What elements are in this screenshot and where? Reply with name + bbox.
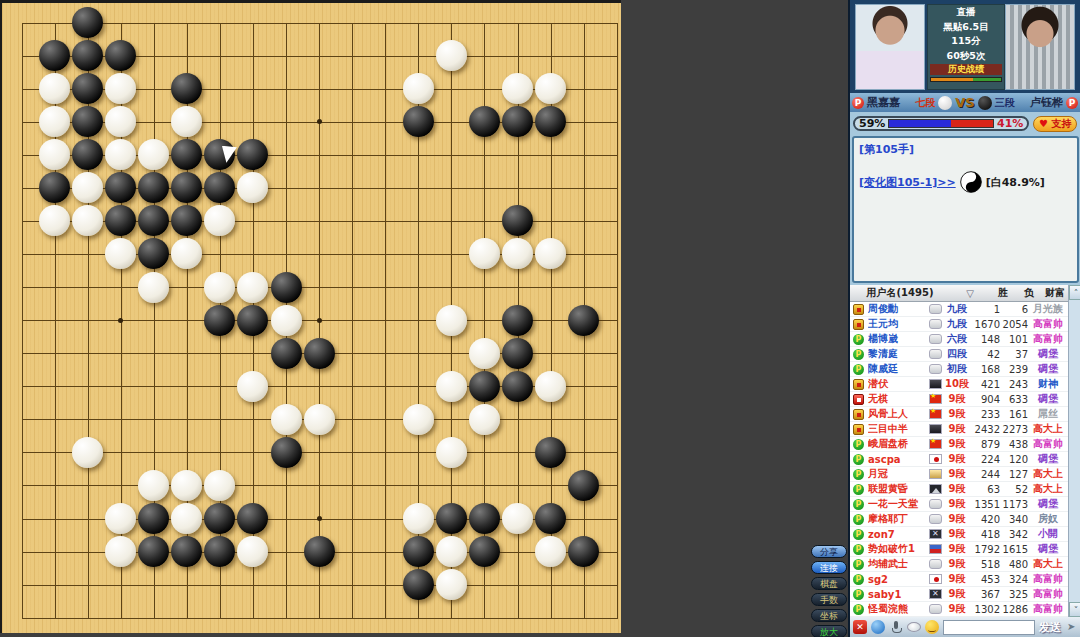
- white-stone[interactable]: [403, 73, 434, 104]
- black-stone[interactable]: [237, 305, 268, 336]
- user-losses: 324: [1000, 574, 1028, 585]
- heart-icon: ♥: [1039, 118, 1048, 129]
- user-rank: 9段: [942, 497, 972, 511]
- user-losses: 1286: [1000, 604, 1028, 615]
- p-badge-icon: [853, 529, 864, 540]
- user-wealth: 碉堡: [1028, 542, 1068, 556]
- right-win-percent: 41%: [997, 117, 1023, 130]
- user-rank: 九段: [942, 317, 972, 331]
- cn-flag-icon: [929, 394, 942, 404]
- black-stone[interactable]: [304, 338, 335, 369]
- user-row[interactable]: 王元均九段16702054高富帅: [850, 317, 1068, 332]
- grid-line: [22, 485, 618, 486]
- table-header[interactable]: 用户名(1495) ▽ 胜 负 财富: [850, 285, 1068, 302]
- user-wins: 904: [972, 394, 1000, 405]
- black-stone[interactable]: [72, 40, 103, 71]
- white-stone[interactable]: [39, 73, 70, 104]
- black-stone[interactable]: [39, 40, 70, 71]
- gold-badge-icon: [853, 304, 864, 315]
- user-name[interactable]: 楊博崴: [868, 332, 929, 346]
- black-stone[interactable]: [469, 106, 500, 137]
- user-wealth: 高富帅: [1028, 602, 1068, 616]
- p-badge-icon: [853, 499, 864, 510]
- user-rank: 9段: [942, 602, 972, 616]
- user-rank: 六段: [942, 332, 972, 346]
- black-stone[interactable]: [403, 569, 434, 600]
- white-winrate-label: [白48.9%]: [986, 175, 1045, 190]
- send-plane-icon[interactable]: [1065, 620, 1079, 634]
- grid-line: [22, 585, 618, 586]
- user-name[interactable]: 潜伏: [868, 377, 929, 391]
- user-losses: 1615: [1000, 544, 1028, 555]
- user-wealth: 碉堡: [1028, 392, 1068, 406]
- black-stone[interactable]: [271, 338, 302, 369]
- win-probability-row: 59% 41% ♥ 支持: [850, 112, 1080, 135]
- user-wealth: 碉堡: [1028, 362, 1068, 376]
- user-wins: 1792: [972, 544, 1000, 555]
- user-row[interactable]: 陳威廷初段168239碉堡: [850, 362, 1068, 377]
- shield-flag-icon: [929, 499, 942, 509]
- time-label: 115分: [951, 34, 980, 49]
- shield-flag-icon: [929, 604, 942, 614]
- kr-flag-icon: [929, 544, 942, 554]
- user-wins: 244: [972, 469, 1000, 480]
- user-losses: 2273: [1000, 424, 1028, 435]
- user-row[interactable]: 均辅武士9段518480高大上: [850, 557, 1068, 572]
- white-stone[interactable]: [436, 536, 467, 567]
- user-name[interactable]: 峨眉盘桥: [868, 437, 929, 451]
- white-stone[interactable]: [271, 305, 302, 336]
- user-losses: 120: [1000, 454, 1028, 465]
- send-button[interactable]: 发送: [1039, 620, 1061, 635]
- user-wins: 1: [972, 304, 1000, 315]
- user-rank: 9段: [942, 557, 972, 571]
- user-wins: 1670: [972, 319, 1000, 330]
- user-rank: 9段: [942, 587, 972, 601]
- user-wins: 148: [972, 334, 1000, 345]
- black-stone[interactable]: [502, 305, 533, 336]
- user-wealth: 财神: [1028, 377, 1068, 391]
- chat-bubble-icon[interactable]: [907, 622, 921, 632]
- user-losses: 342: [1000, 529, 1028, 540]
- cn-flag-icon: [929, 409, 942, 419]
- smiley-icon[interactable]: [925, 620, 939, 634]
- right-player-rank: 三段: [995, 96, 1015, 110]
- left-win-percent: 59%: [859, 117, 885, 130]
- variation-link[interactable]: [变化图105-1]>>: [859, 175, 956, 190]
- black-stone[interactable]: [403, 106, 434, 137]
- user-wealth: 房奴: [1028, 512, 1068, 526]
- user-wins: 2432: [972, 424, 1000, 435]
- white-stone-icon: [938, 96, 952, 110]
- col-username[interactable]: 用户名(1495): [850, 286, 950, 300]
- user-row[interactable]: 势如破竹19段17921615碉堡: [850, 542, 1068, 557]
- black-stone[interactable]: [535, 503, 566, 534]
- x-flag-icon: [929, 589, 942, 599]
- grid-line: [385, 23, 386, 619]
- user-row[interactable]: 楊博崴六段148101高富帅: [850, 332, 1068, 347]
- star-point: [118, 318, 123, 323]
- gold-badge-icon: [853, 319, 864, 330]
- side-button-手数[interactable]: 手数: [811, 593, 847, 606]
- col-wins[interactable]: 胜: [990, 286, 1016, 300]
- user-rank: 9段: [942, 422, 972, 436]
- user-row[interactable]: 周俊勳九段16月光族: [850, 302, 1068, 317]
- user-wealth: 碉堡: [1028, 452, 1068, 466]
- star-point: [317, 318, 322, 323]
- user-rank: 9段: [942, 392, 972, 406]
- user-wealth: 屌丝: [1028, 407, 1068, 421]
- p-badge-icon: [853, 454, 864, 465]
- user-wins: 1302: [972, 604, 1000, 615]
- user-name[interactable]: 三目中半: [868, 422, 929, 436]
- user-row[interactable]: 摩格耶丁9段420340房奴: [850, 512, 1068, 527]
- user-wealth: 高大上: [1028, 422, 1068, 436]
- user-rank: 九段: [942, 302, 972, 316]
- history-record-label[interactable]: 历史战绩: [930, 64, 1002, 75]
- grid-line: [352, 23, 353, 619]
- app-window: 分享连接棋盘手数坐标放大 直播 黑贴6.5目 115分 60秒5次 历史战绩 P…: [0, 0, 1080, 637]
- komi-label: 黑贴6.5目: [943, 20, 988, 35]
- white-stone[interactable]: [469, 338, 500, 369]
- user-rank: 9段: [942, 512, 972, 526]
- byoyomi-label: 60秒5次: [947, 49, 986, 64]
- user-name[interactable]: 无棋: [868, 392, 929, 406]
- live-label: 直播: [957, 5, 976, 20]
- white-stone[interactable]: [271, 404, 302, 435]
- scroll-up-arrow[interactable]: ˄: [1069, 285, 1080, 300]
- side-button-棋盘[interactable]: 棋盘: [811, 577, 847, 590]
- white-stone[interactable]: [138, 272, 169, 303]
- user-name[interactable]: 黎清庭: [868, 347, 929, 361]
- black-stone[interactable]: [403, 536, 434, 567]
- yinyang-icon: [960, 171, 982, 193]
- gold-badge-icon: [853, 379, 864, 390]
- p-badge-icon: [853, 334, 864, 345]
- side-button-连接[interactable]: 连接: [811, 561, 847, 574]
- p-badge-icon: [853, 349, 864, 360]
- variation-line: [变化图105-1]>> [白48.9%]: [859, 171, 1072, 193]
- left-player-photo: [855, 4, 925, 90]
- user-table: 用户名(1495) ▽ 胜 负 财富 周俊勳九段16月光族王元均九段167020…: [850, 285, 1080, 617]
- user-row[interactable]: 无棋9段904633碉堡: [850, 392, 1068, 407]
- jp-flag-icon: [929, 454, 942, 464]
- gold-badge-icon: [853, 409, 864, 420]
- scroll-down-arrow[interactable]: ˅: [1069, 602, 1080, 617]
- user-losses: 633: [1000, 394, 1028, 405]
- user-row[interactable]: 一花一天堂9段13511173碉堡: [850, 497, 1068, 512]
- user-losses: 2054: [1000, 319, 1028, 330]
- col-wealth[interactable]: 财富: [1042, 286, 1068, 300]
- move-info-box: [第105手] [变化图105-1]>> [白48.9%]: [852, 136, 1079, 283]
- user-wealth: 小開: [1028, 527, 1068, 541]
- p-badge-icon: [853, 439, 864, 450]
- black-stone[interactable]: [535, 437, 566, 468]
- user-row[interactable]: zon79段418342小開: [850, 527, 1068, 542]
- user-name[interactable]: 一花一天堂: [868, 497, 929, 511]
- user-wealth: 高富帅: [1028, 572, 1068, 586]
- white-stone[interactable]: [403, 503, 434, 534]
- p-badge-icon: [853, 574, 864, 585]
- user-rank: 初段: [942, 362, 972, 376]
- side-button-坐标[interactable]: 坐标: [811, 609, 847, 622]
- close-icon[interactable]: [853, 620, 867, 634]
- white-stone[interactable]: [436, 437, 467, 468]
- shield-flag-icon: [929, 559, 942, 569]
- user-rank: 10段: [942, 377, 972, 391]
- user-wealth: 高富帅: [1028, 437, 1068, 451]
- grid-line: [617, 23, 618, 619]
- white-stone[interactable]: [72, 437, 103, 468]
- history-bar-left: [931, 78, 973, 81]
- black-stone[interactable]: [568, 305, 599, 336]
- win-bar-red: [951, 120, 994, 127]
- user-losses: 325: [1000, 589, 1028, 600]
- p-badge-icon: [853, 364, 864, 375]
- user-rank: 9段: [942, 572, 972, 586]
- user-row[interactable]: 峨眉盘桥9段879438高富帅: [850, 437, 1068, 452]
- user-losses: 101: [1000, 334, 1028, 345]
- globe-icon[interactable]: [871, 620, 885, 634]
- user-wealth: 碉堡: [1028, 497, 1068, 511]
- p-badge-icon: [853, 514, 864, 525]
- user-row[interactable]: ascpa9段224120碉堡: [850, 452, 1068, 467]
- shield-flag-icon: [929, 319, 942, 329]
- user-wealth: 高大上: [1028, 557, 1068, 571]
- user-row[interactable]: saby19段367325高富帅: [850, 587, 1068, 602]
- user-wins: 367: [972, 589, 1000, 600]
- user-name[interactable]: 摩格耶丁: [868, 512, 929, 526]
- dark-flag-icon: [929, 379, 942, 389]
- go-board[interactable]: [0, 0, 621, 633]
- white-stone[interactable]: [535, 371, 566, 402]
- user-wins: 63: [972, 484, 1000, 495]
- white-stone[interactable]: [469, 404, 500, 435]
- user-wins: 879: [972, 439, 1000, 450]
- chat-bar: 发送: [850, 617, 1080, 637]
- user-name[interactable]: 月冠: [868, 467, 929, 481]
- user-name[interactable]: 怪蜀浣熊: [868, 602, 929, 616]
- user-rank: 9段: [942, 482, 972, 496]
- user-wins: 1351: [972, 499, 1000, 510]
- side-button-分享[interactable]: 分享: [811, 545, 847, 558]
- game-info-column: 直播 黑贴6.5目 115分 60秒5次 历史战绩: [927, 4, 1005, 90]
- p-badge-icon: [853, 544, 864, 555]
- user-wealth: 月光族: [1028, 302, 1068, 316]
- user-wins: 224: [972, 454, 1000, 465]
- black-stone[interactable]: [271, 272, 302, 303]
- user-losses: 6: [1000, 304, 1028, 315]
- shield-flag-icon: [929, 349, 942, 359]
- user-losses: 127: [1000, 469, 1028, 480]
- white-stone[interactable]: [436, 569, 467, 600]
- user-losses: 480: [1000, 559, 1028, 570]
- user-row[interactable]: 联盟黄昏9段6352高大上: [850, 482, 1068, 497]
- tp-flag-icon: [929, 469, 942, 479]
- user-name[interactable]: 王元均: [868, 317, 929, 331]
- mtn-flag-icon: [929, 484, 942, 494]
- user-wins: 453: [972, 574, 1000, 585]
- user-losses: 37: [1000, 349, 1028, 360]
- user-rank: 四段: [942, 347, 972, 361]
- user-wealth: 高富帅: [1028, 317, 1068, 331]
- user-name[interactable]: 陳威廷: [868, 362, 929, 376]
- star-point: [317, 119, 322, 124]
- white-stone[interactable]: [436, 305, 467, 336]
- user-name[interactable]: 均辅武士: [868, 557, 929, 571]
- p-badge-icon: [853, 589, 864, 600]
- star-point: [317, 516, 322, 521]
- user-wealth: 碉堡: [1028, 347, 1068, 361]
- col-losses[interactable]: 负: [1016, 286, 1042, 300]
- win-bar-fill: [888, 119, 994, 128]
- support-label: 支持: [1051, 118, 1071, 129]
- microphone-icon[interactable]: [889, 620, 903, 634]
- white-stone[interactable]: [502, 73, 533, 104]
- shield-flag-icon: [929, 334, 942, 344]
- user-rank: 9段: [942, 527, 972, 541]
- user-name[interactable]: 势如破竹1: [868, 542, 929, 556]
- win-probability-bar: 59% 41%: [853, 116, 1029, 131]
- p-badge-icon: [853, 559, 864, 570]
- user-name[interactable]: 周俊勳: [868, 302, 929, 316]
- user-rank: 9段: [942, 437, 972, 451]
- x-flag-icon: [929, 529, 942, 539]
- white-stone[interactable]: [403, 404, 434, 435]
- black-stone[interactable]: [72, 7, 103, 38]
- jp-flag-icon: [929, 574, 942, 584]
- black-stone[interactable]: [271, 437, 302, 468]
- move-number-label: [第105手]: [859, 142, 1072, 157]
- user-wins: 421: [972, 379, 1000, 390]
- user-losses: 52: [1000, 484, 1028, 495]
- table-rows: 周俊勳九段16月光族王元均九段16702054高富帅楊博崴六段148101高富帅…: [850, 302, 1068, 617]
- players-header: 直播 黑贴6.5目 115分 60秒5次 历史战绩: [850, 0, 1080, 93]
- user-row[interactable]: 怪蜀浣熊9段13021286高富帅: [850, 602, 1068, 617]
- right-player-name: 卢钰桦: [1030, 95, 1063, 110]
- user-losses: 438: [1000, 439, 1028, 450]
- vs-label: VS: [955, 95, 974, 110]
- cn-flag-icon: [929, 439, 942, 449]
- history-record-bar: [930, 77, 1002, 82]
- right-p-badge[interactable]: P: [1066, 97, 1078, 109]
- user-rank: 9段: [942, 542, 972, 556]
- left-player-name: 黑嘉嘉: [867, 95, 900, 110]
- black-stone[interactable]: [204, 305, 235, 336]
- user-name[interactable]: sg2: [868, 574, 929, 585]
- red-badge-icon: [853, 394, 864, 405]
- user-wins: 168: [972, 364, 1000, 375]
- left-p-badge[interactable]: P: [852, 97, 864, 109]
- right-panel: 直播 黑贴6.5目 115分 60秒5次 历史战绩 P 黑嘉嘉 七段 VS 三段: [848, 0, 1080, 637]
- user-row[interactable]: 黎清庭四段4237碉堡: [850, 347, 1068, 362]
- grid-line: [22, 618, 618, 619]
- user-name[interactable]: ascpa: [868, 454, 929, 465]
- user-name[interactable]: saby1: [868, 589, 929, 600]
- black-stone[interactable]: [469, 503, 500, 534]
- shield-flag-icon: [929, 304, 942, 314]
- user-row[interactable]: 风骨上人9段233161屌丝: [850, 407, 1068, 422]
- right-player-photo: [1005, 4, 1075, 90]
- user-losses: 243: [1000, 379, 1028, 390]
- user-name[interactable]: 风骨上人: [868, 407, 929, 421]
- white-stone[interactable]: [535, 536, 566, 567]
- win-bar-blue: [889, 120, 950, 127]
- filter-icon[interactable]: ▽: [950, 288, 990, 299]
- grid-line: [22, 452, 618, 453]
- user-rank: 9段: [942, 452, 972, 466]
- user-wealth: 高大上: [1028, 467, 1068, 481]
- history-bar-right: [973, 78, 1001, 81]
- white-stone[interactable]: [237, 272, 268, 303]
- user-name[interactable]: zon7: [868, 529, 929, 540]
- scrollbar[interactable]: ˄ ˅: [1068, 285, 1080, 617]
- left-player-rank: 七段: [915, 96, 935, 110]
- user-wealth: 高富帅: [1028, 332, 1068, 346]
- user-rank: 9段: [942, 467, 972, 481]
- user-row[interactable]: 潜伏10段421243财神: [850, 377, 1068, 392]
- user-row[interactable]: 三目中半9段24322273高大上: [850, 422, 1068, 437]
- user-wins: 518: [972, 559, 1000, 570]
- black-stone[interactable]: [469, 371, 500, 402]
- p-badge-icon: [853, 604, 864, 615]
- user-name[interactable]: 联盟黄昏: [868, 482, 929, 496]
- dark-flag-icon: [929, 424, 942, 434]
- black-stone[interactable]: [502, 371, 533, 402]
- user-wealth: 高大上: [1028, 482, 1068, 496]
- user-row[interactable]: 月冠9段244127高大上: [850, 467, 1068, 482]
- black-stone[interactable]: [568, 470, 599, 501]
- user-losses: 161: [1000, 409, 1028, 420]
- user-losses: 340: [1000, 514, 1028, 525]
- shield-flag-icon: [929, 364, 942, 374]
- user-wins: 233: [972, 409, 1000, 420]
- user-rank: 9段: [942, 407, 972, 421]
- black-stone[interactable]: [436, 503, 467, 534]
- white-stone[interactable]: [502, 503, 533, 534]
- shield-flag-icon: [929, 514, 942, 524]
- black-stone[interactable]: [502, 338, 533, 369]
- black-stone[interactable]: [304, 536, 335, 567]
- user-wins: 418: [972, 529, 1000, 540]
- p-badge-icon: [853, 469, 864, 480]
- support-button[interactable]: ♥ 支持: [1033, 116, 1077, 132]
- chat-input[interactable]: [943, 620, 1035, 635]
- user-wins: 420: [972, 514, 1000, 525]
- user-losses: 239: [1000, 364, 1028, 375]
- white-stone[interactable]: [304, 404, 335, 435]
- gold-badge-icon: [853, 424, 864, 435]
- names-bar: P 黑嘉嘉 七段 VS 三段 卢钰桦 P: [850, 93, 1080, 112]
- board-view-buttons: 分享连接棋盘手数坐标放大: [811, 545, 847, 637]
- white-stone[interactable]: [436, 371, 467, 402]
- user-row[interactable]: sg29段453324高富帅: [850, 572, 1068, 587]
- side-button-放大[interactable]: 放大: [811, 625, 847, 637]
- white-stone[interactable]: [204, 272, 235, 303]
- black-stone[interactable]: [469, 536, 500, 567]
- white-stone[interactable]: [436, 40, 467, 71]
- black-stone-icon: [978, 96, 992, 110]
- p-badge-icon: [853, 484, 864, 495]
- user-losses: 1173: [1000, 499, 1028, 510]
- user-wealth: 高富帅: [1028, 587, 1068, 601]
- user-wins: 42: [972, 349, 1000, 360]
